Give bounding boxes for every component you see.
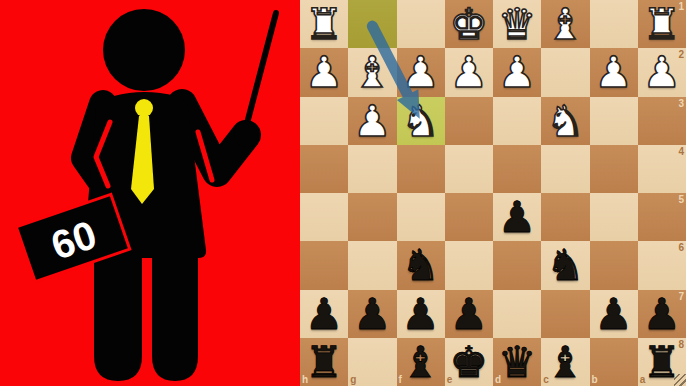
square-a2[interactable]: ♟2	[638, 48, 686, 96]
square-a6[interactable]: 6	[638, 241, 686, 289]
rank-label-2: 2	[678, 50, 684, 60]
file-label-f: f	[399, 375, 402, 385]
square-c1[interactable]: ♝	[541, 0, 589, 48]
piece-black-pawn: ♟	[498, 193, 537, 241]
square-h1[interactable]: ♜	[300, 0, 348, 48]
piece-black-pawn: ♟	[450, 290, 489, 338]
square-a4[interactable]: 4	[638, 145, 686, 193]
chess-board: ♜♚♛♝♜1♟♝♟♟♟♟♟2♟♞♞34♟5♞♞6♟♟♟♟♟♟7♜hg♝f♚e♛d…	[300, 0, 686, 386]
piece-white-pawn: ♟	[305, 48, 344, 96]
piece-black-pawn: ♟	[401, 290, 440, 338]
square-b8[interactable]: b	[590, 338, 638, 386]
piece-white-pawn: ♟	[401, 48, 440, 96]
square-b2[interactable]: ♟	[590, 48, 638, 96]
square-g6[interactable]	[348, 241, 396, 289]
square-b3[interactable]	[590, 97, 638, 145]
piece-black-king: ♚	[450, 338, 489, 386]
square-h7[interactable]: ♟	[300, 290, 348, 338]
square-d7[interactable]	[493, 290, 541, 338]
piece-black-pawn: ♟	[594, 290, 633, 338]
square-e5[interactable]	[445, 193, 493, 241]
file-label-b: b	[592, 375, 598, 385]
square-d6[interactable]	[493, 241, 541, 289]
file-label-d: d	[495, 375, 501, 385]
rank-label-3: 3	[678, 99, 684, 109]
square-h4[interactable]	[300, 145, 348, 193]
square-d4[interactable]	[493, 145, 541, 193]
piece-white-knight: ♞	[401, 97, 440, 145]
piece-white-pawn: ♟	[498, 48, 537, 96]
square-e3[interactable]	[445, 97, 493, 145]
square-b1[interactable]	[590, 0, 638, 48]
piece-white-bishop: ♝	[546, 0, 585, 48]
piece-white-bishop: ♝	[353, 48, 392, 96]
piece-black-queen: ♛	[498, 338, 537, 386]
tie-knot	[135, 99, 153, 117]
piece-black-pawn: ♟	[643, 290, 682, 338]
piece-black-rook: ♜	[305, 338, 344, 386]
file-label-a: a	[640, 375, 646, 385]
square-b6[interactable]	[590, 241, 638, 289]
piece-white-pawn: ♟	[643, 48, 682, 96]
rank-label-5: 5	[678, 195, 684, 205]
piece-black-pawn: ♟	[353, 290, 392, 338]
piece-white-pawn: ♟	[353, 97, 392, 145]
square-f3[interactable]: ♞	[397, 97, 445, 145]
rank-label-1: 1	[678, 2, 684, 12]
square-g5[interactable]	[348, 193, 396, 241]
file-label-c: c	[543, 375, 549, 385]
square-g8[interactable]: g	[348, 338, 396, 386]
square-f6[interactable]: ♞	[397, 241, 445, 289]
piece-black-knight: ♞	[546, 241, 585, 289]
file-label-e: e	[447, 375, 453, 385]
square-b5[interactable]	[590, 193, 638, 241]
square-f2[interactable]: ♟	[397, 48, 445, 96]
square-b7[interactable]: ♟	[590, 290, 638, 338]
square-e6[interactable]	[445, 241, 493, 289]
left-leg	[94, 252, 142, 381]
square-g3[interactable]: ♟	[348, 97, 396, 145]
square-a3[interactable]: 3	[638, 97, 686, 145]
square-a1[interactable]: ♜1	[638, 0, 686, 48]
chess-board-area: ♜♚♛♝♜1♟♝♟♟♟♟♟2♟♞♞34♟5♞♞6♟♟♟♟♟♟7♜hg♝f♚e♛d…	[300, 0, 686, 386]
piece-black-bishop: ♝	[546, 338, 585, 386]
piece-white-pawn: ♟	[594, 48, 633, 96]
rank-label-6: 6	[678, 243, 684, 253]
square-g2[interactable]: ♝	[348, 48, 396, 96]
square-f4[interactable]	[397, 145, 445, 193]
square-c7[interactable]	[541, 290, 589, 338]
piece-black-pawn: ♟	[305, 290, 344, 338]
rank-label-7: 7	[678, 292, 684, 302]
presenter-panel: 60	[0, 0, 300, 386]
square-a5[interactable]: 5	[638, 193, 686, 241]
piece-white-rook: ♜	[643, 0, 682, 48]
rank-label-4: 4	[678, 147, 684, 157]
square-d1[interactable]: ♛	[493, 0, 541, 48]
square-c3[interactable]: ♞	[541, 97, 589, 145]
board-resize-handle-icon[interactable]	[674, 374, 686, 386]
square-c5[interactable]	[541, 193, 589, 241]
square-h5[interactable]	[300, 193, 348, 241]
square-h6[interactable]	[300, 241, 348, 289]
piece-white-rook: ♜	[305, 0, 344, 48]
piece-black-knight: ♞	[401, 241, 440, 289]
square-f7[interactable]: ♟	[397, 290, 445, 338]
square-d8[interactable]: ♛d	[493, 338, 541, 386]
square-h2[interactable]: ♟	[300, 48, 348, 96]
square-c8[interactable]: ♝c	[541, 338, 589, 386]
thumbnail: 60 ♜♚♛♝♜1♟♝♟♟♟♟♟2♟♞♞34♟5♞♞6♟♟♟♟♟♟7♜hg♝f♚…	[0, 0, 686, 386]
square-e7[interactable]: ♟	[445, 290, 493, 338]
square-h8[interactable]: ♜h	[300, 338, 348, 386]
square-c6[interactable]: ♞	[541, 241, 589, 289]
piece-black-bishop: ♝	[401, 338, 440, 386]
piece-white-king: ♚	[450, 0, 489, 48]
piece-white-queen: ♛	[498, 0, 537, 48]
piece-white-knight: ♞	[546, 97, 585, 145]
square-a7[interactable]: ♟7	[638, 290, 686, 338]
square-d5[interactable]: ♟	[493, 193, 541, 241]
square-g1[interactable]	[348, 0, 396, 48]
square-f8[interactable]: ♝f	[397, 338, 445, 386]
square-e8[interactable]: ♚e	[445, 338, 493, 386]
square-c4[interactable]	[541, 145, 589, 193]
square-c2[interactable]	[541, 48, 589, 96]
square-e4[interactable]	[445, 145, 493, 193]
square-g7[interactable]: ♟	[348, 290, 396, 338]
square-f1[interactable]	[397, 0, 445, 48]
square-f5[interactable]	[397, 193, 445, 241]
file-label-h: h	[302, 375, 308, 385]
square-h3[interactable]	[300, 97, 348, 145]
file-label-g: g	[350, 375, 356, 385]
right-leg	[152, 252, 198, 381]
square-d2[interactable]: ♟	[493, 48, 541, 96]
square-e1[interactable]: ♚	[445, 0, 493, 48]
square-e2[interactable]: ♟	[445, 48, 493, 96]
head	[103, 9, 185, 91]
presenter-figure: 60	[0, 0, 300, 386]
piece-white-pawn: ♟	[450, 48, 489, 96]
square-g4[interactable]	[348, 145, 396, 193]
rank-label-8: 8	[678, 340, 684, 350]
square-b4[interactable]	[590, 145, 638, 193]
right-hand	[234, 121, 260, 147]
square-d3[interactable]	[493, 97, 541, 145]
